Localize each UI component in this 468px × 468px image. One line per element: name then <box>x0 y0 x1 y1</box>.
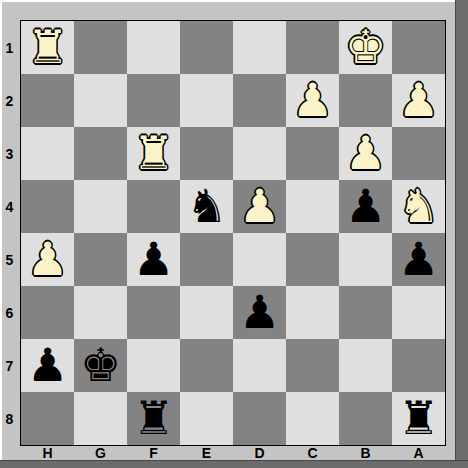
square-h2[interactable] <box>21 74 74 127</box>
square-c3[interactable] <box>286 127 339 180</box>
piece-black-pawn-a5[interactable]: ♟ <box>398 236 439 282</box>
square-f5[interactable]: ♟ <box>127 233 180 286</box>
piece-black-pawn-f5[interactable]: ♟ <box>133 236 174 282</box>
square-g5[interactable] <box>74 233 127 286</box>
square-a3[interactable] <box>392 127 445 180</box>
square-f8[interactable]: ♜ <box>127 392 180 445</box>
square-g7[interactable]: ♚ <box>74 339 127 392</box>
square-g4[interactable] <box>74 180 127 233</box>
square-a8[interactable]: ♜ <box>392 392 445 445</box>
square-e2[interactable] <box>180 74 233 127</box>
piece-black-rook-f8[interactable]: ♜ <box>133 395 174 441</box>
piece-white-pawn-a2[interactable]: ♟ <box>398 77 439 123</box>
square-f6[interactable] <box>127 286 180 339</box>
square-e7[interactable] <box>180 339 233 392</box>
square-c6[interactable] <box>286 286 339 339</box>
square-d8[interactable] <box>233 392 286 445</box>
rank-label-4: 4 <box>0 180 19 233</box>
piece-white-pawn-b3[interactable]: ♟ <box>345 130 386 176</box>
square-d7[interactable] <box>233 339 286 392</box>
square-c2[interactable]: ♟ <box>286 74 339 127</box>
piece-white-king-b1[interactable]: ♚ <box>345 24 386 70</box>
square-f1[interactable] <box>127 21 180 74</box>
file-labels: HGFEDCBA <box>21 445 445 461</box>
square-d2[interactable] <box>233 74 286 127</box>
piece-white-pawn-h5[interactable]: ♟ <box>27 236 68 282</box>
square-d5[interactable] <box>233 233 286 286</box>
square-b2[interactable] <box>339 74 392 127</box>
square-e8[interactable] <box>180 392 233 445</box>
frame-shadow-bottom <box>0 460 468 468</box>
square-h3[interactable] <box>21 127 74 180</box>
square-g6[interactable] <box>74 286 127 339</box>
piece-black-pawn-b4[interactable]: ♟ <box>345 183 386 229</box>
rank-label-1: 1 <box>0 21 19 74</box>
file-label-b: B <box>339 445 392 461</box>
piece-white-knight-a4[interactable]: ♞ <box>398 183 439 229</box>
file-label-h: H <box>21 445 74 461</box>
square-h5[interactable]: ♟ <box>21 233 74 286</box>
square-h1[interactable]: ♜ <box>21 21 74 74</box>
rank-label-3: 3 <box>0 127 19 180</box>
square-h6[interactable] <box>21 286 74 339</box>
square-h8[interactable] <box>21 392 74 445</box>
square-h7[interactable]: ♟ <box>21 339 74 392</box>
rank-label-5: 5 <box>0 233 19 286</box>
square-g3[interactable] <box>74 127 127 180</box>
square-e3[interactable] <box>180 127 233 180</box>
square-f3[interactable]: ♜ <box>127 127 180 180</box>
square-g2[interactable] <box>74 74 127 127</box>
square-c5[interactable] <box>286 233 339 286</box>
square-b4[interactable]: ♟ <box>339 180 392 233</box>
square-c8[interactable] <box>286 392 339 445</box>
square-f4[interactable] <box>127 180 180 233</box>
square-e6[interactable] <box>180 286 233 339</box>
square-c1[interactable] <box>286 21 339 74</box>
piece-white-pawn-d4[interactable]: ♟ <box>239 183 280 229</box>
piece-white-rook-f3[interactable]: ♜ <box>133 130 174 176</box>
piece-white-rook-h1[interactable]: ♜ <box>27 24 68 70</box>
square-g1[interactable] <box>74 21 127 74</box>
file-label-g: G <box>74 445 127 461</box>
square-b5[interactable] <box>339 233 392 286</box>
rank-labels: 12345678 <box>0 21 19 445</box>
square-d3[interactable] <box>233 127 286 180</box>
square-d6[interactable]: ♟ <box>233 286 286 339</box>
rank-label-6: 6 <box>0 286 19 339</box>
square-b6[interactable] <box>339 286 392 339</box>
rank-label-2: 2 <box>0 74 19 127</box>
square-e1[interactable] <box>180 21 233 74</box>
square-d1[interactable] <box>233 21 286 74</box>
square-e5[interactable] <box>180 233 233 286</box>
square-a4[interactable]: ♞ <box>392 180 445 233</box>
square-a1[interactable] <box>392 21 445 74</box>
rank-label-7: 7 <box>0 339 19 392</box>
file-label-f: F <box>127 445 180 461</box>
file-label-e: E <box>180 445 233 461</box>
frame-shadow-right <box>455 0 468 468</box>
square-h4[interactable] <box>21 180 74 233</box>
square-g8[interactable] <box>74 392 127 445</box>
piece-black-pawn-d6[interactable]: ♟ <box>239 289 280 335</box>
file-label-c: C <box>286 445 339 461</box>
square-a7[interactable] <box>392 339 445 392</box>
square-b7[interactable] <box>339 339 392 392</box>
file-label-a: A <box>392 445 445 461</box>
rank-label-8: 8 <box>0 392 19 445</box>
square-c4[interactable] <box>286 180 339 233</box>
square-a2[interactable]: ♟ <box>392 74 445 127</box>
square-d4[interactable]: ♟ <box>233 180 286 233</box>
frame-highlight-top <box>0 0 468 2</box>
square-f2[interactable] <box>127 74 180 127</box>
square-f7[interactable] <box>127 339 180 392</box>
board: ♜♚♟♟♜♟♞♟♟♞♟♟♟♟♟♚♜♜ <box>20 20 446 446</box>
square-a6[interactable] <box>392 286 445 339</box>
square-b3[interactable]: ♟ <box>339 127 392 180</box>
piece-white-pawn-c2[interactable]: ♟ <box>292 77 333 123</box>
piece-black-rook-a8[interactable]: ♜ <box>398 395 439 441</box>
board-frame: 12345678 ♜♚♟♟♜♟♞♟♟♞♟♟♟♟♟♚♜♜ HGFEDCBA <box>0 0 468 468</box>
piece-black-king-g7[interactable]: ♚ <box>80 342 121 388</box>
square-c7[interactable] <box>286 339 339 392</box>
piece-black-pawn-h7[interactable]: ♟ <box>27 342 68 388</box>
square-e4[interactable]: ♞ <box>180 180 233 233</box>
piece-black-knight-e4[interactable]: ♞ <box>186 183 227 229</box>
square-b8[interactable] <box>339 392 392 445</box>
frame-highlight-left <box>0 0 2 468</box>
square-b1[interactable]: ♚ <box>339 21 392 74</box>
square-a5[interactable]: ♟ <box>392 233 445 286</box>
file-label-d: D <box>233 445 286 461</box>
